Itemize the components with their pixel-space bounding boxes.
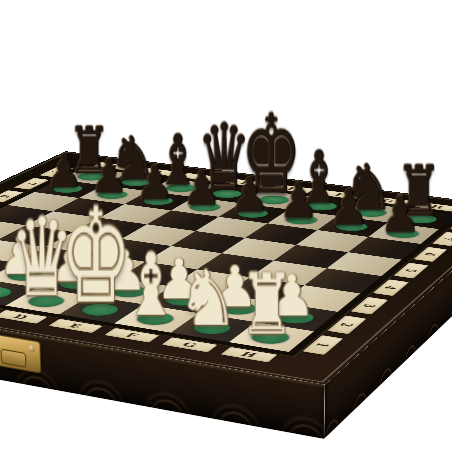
chess-board: AABBCCDDEEFFGGHH1122334455667788 ♜♞♝♛♚♝♞… <box>0 151 452 384</box>
scene: AABBCCDDEEFFGGHH1122334455667788 ♜♞♝♛♚♝♞… <box>0 0 452 452</box>
black-pawn-glyph: ♟ <box>357 194 444 236</box>
white-rook-glyph: ♜ <box>218 269 315 341</box>
brass-clasp-icon <box>0 332 42 374</box>
screw-icon <box>29 345 35 352</box>
product-photo: AABBCCDDEEFFGGHH1122334455667788 ♜♞♝♛♚♝♞… <box>0 0 452 452</box>
clasp-hasp <box>1 349 27 368</box>
white-rook-h1[interactable]: ♜ <box>229 322 314 352</box>
